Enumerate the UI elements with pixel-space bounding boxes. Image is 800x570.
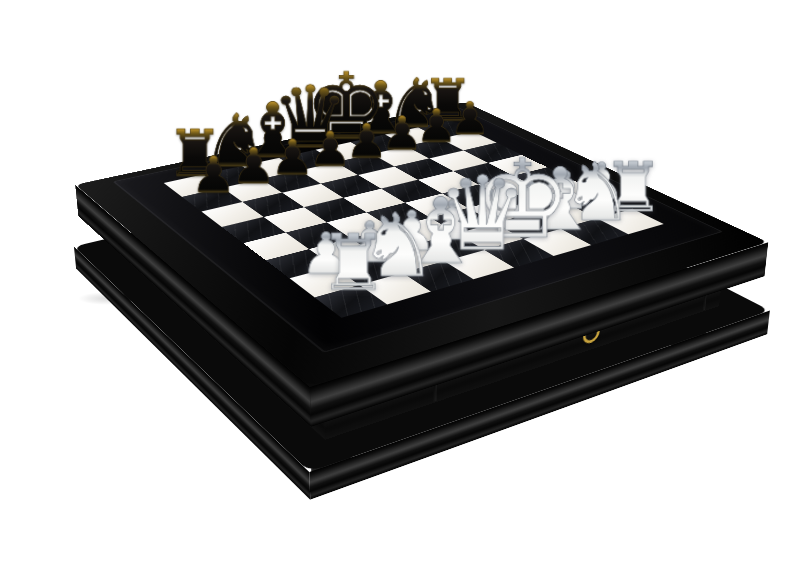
chess-case: ♜♞♝♛♚♝♞♜♟♟♟♟♟♟♟♟♟♟♟♟♟♟♟♟♜♞♝♛♚♝♞♜ <box>75 102 768 387</box>
piece-white-rook-a1[interactable]: ♜ <box>265 225 441 302</box>
chess-set-photo: ♜♞♝♛♚♝♞♜♟♟♟♟♟♟♟♟♟♟♟♟♟♟♟♟♜♞♝♛♚♝♞♜ <box>0 0 800 570</box>
piece-black-pawn-a7[interactable]: ♟ <box>138 150 288 200</box>
